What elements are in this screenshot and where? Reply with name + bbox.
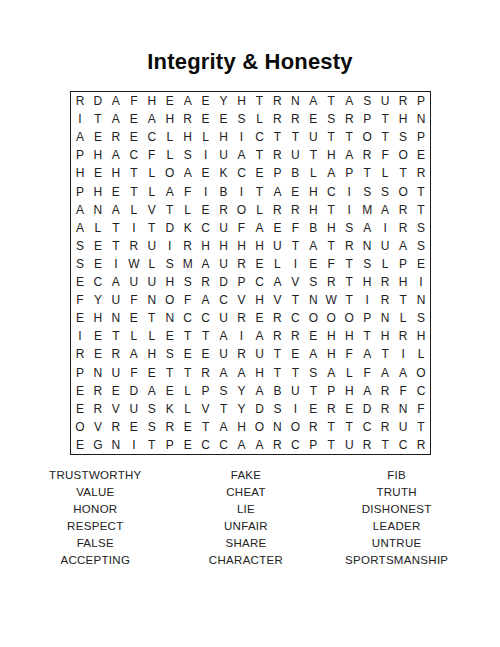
- grid-cell[interactable]: O: [251, 418, 269, 436]
- grid-cell[interactable]: H: [107, 164, 125, 182]
- grid-cell[interactable]: E: [179, 418, 197, 436]
- grid-cell[interactable]: W: [322, 291, 340, 309]
- grid-cell[interactable]: W: [125, 255, 143, 273]
- grid-cell[interactable]: T: [322, 436, 340, 454]
- grid-cell[interactable]: I: [286, 255, 304, 273]
- grid-cell[interactable]: S: [268, 400, 286, 418]
- grid-cell[interactable]: A: [376, 201, 394, 219]
- grid-cell[interactable]: T: [197, 327, 215, 345]
- grid-cell[interactable]: T: [394, 291, 412, 309]
- grid-cell[interactable]: I: [233, 128, 251, 146]
- grid-cell[interactable]: R: [197, 273, 215, 291]
- grid-cell[interactable]: U: [143, 237, 161, 255]
- grid-cell[interactable]: S: [304, 273, 322, 291]
- grid-cell[interactable]: I: [71, 110, 89, 128]
- grid-cell[interactable]: N: [358, 237, 376, 255]
- grid-cell[interactable]: P: [71, 146, 89, 164]
- grid-cell[interactable]: E: [71, 382, 89, 400]
- grid-cell[interactable]: F: [71, 291, 89, 309]
- grid-cell[interactable]: T: [394, 164, 412, 182]
- grid-cell[interactable]: P: [412, 92, 430, 110]
- grid-cell[interactable]: E: [340, 400, 358, 418]
- grid-cell[interactable]: N: [412, 291, 430, 309]
- grid-cell[interactable]: L: [376, 164, 394, 182]
- grid-cell[interactable]: D: [89, 92, 107, 110]
- grid-cell[interactable]: A: [251, 382, 269, 400]
- grid-cell[interactable]: D: [251, 400, 269, 418]
- grid-cell[interactable]: T: [286, 291, 304, 309]
- grid-cell[interactable]: L: [143, 164, 161, 182]
- grid-cell[interactable]: E: [89, 255, 107, 273]
- grid-cell[interactable]: C: [286, 436, 304, 454]
- grid-cell[interactable]: A: [322, 364, 340, 382]
- grid-cell[interactable]: H: [233, 237, 251, 255]
- grid-cell[interactable]: A: [233, 436, 251, 454]
- grid-cell[interactable]: R: [376, 400, 394, 418]
- grid-cell[interactable]: C: [358, 418, 376, 436]
- grid-cell[interactable]: R: [286, 110, 304, 128]
- grid-cell[interactable]: E: [304, 400, 322, 418]
- grid-cell[interactable]: F: [340, 345, 358, 363]
- grid-cell[interactable]: A: [251, 327, 269, 345]
- grid-cell[interactable]: E: [161, 382, 179, 400]
- grid-cell[interactable]: I: [340, 183, 358, 201]
- grid-cell[interactable]: N: [107, 436, 125, 454]
- grid-cell[interactable]: D: [125, 382, 143, 400]
- grid-cell[interactable]: T: [322, 92, 340, 110]
- grid-cell[interactable]: A: [304, 237, 322, 255]
- grid-cell[interactable]: T: [251, 183, 269, 201]
- grid-cell[interactable]: T: [251, 146, 269, 164]
- grid-cell[interactable]: O: [322, 309, 340, 327]
- grid-cell[interactable]: N: [286, 92, 304, 110]
- grid-cell[interactable]: I: [233, 183, 251, 201]
- grid-cell[interactable]: O: [233, 201, 251, 219]
- grid-cell[interactable]: L: [394, 309, 412, 327]
- grid-cell[interactable]: S: [143, 418, 161, 436]
- grid-cell[interactable]: N: [143, 291, 161, 309]
- grid-cell[interactable]: A: [358, 382, 376, 400]
- grid-cell[interactable]: O: [358, 128, 376, 146]
- grid-cell[interactable]: S: [340, 219, 358, 237]
- grid-cell[interactable]: H: [322, 146, 340, 164]
- grid-cell[interactable]: L: [179, 400, 197, 418]
- grid-cell[interactable]: H: [376, 327, 394, 345]
- grid-cell[interactable]: A: [107, 92, 125, 110]
- grid-cell[interactable]: S: [304, 364, 322, 382]
- grid-cell[interactable]: A: [251, 219, 269, 237]
- grid-cell[interactable]: P: [340, 164, 358, 182]
- grid-cell[interactable]: N: [394, 400, 412, 418]
- grid-cell[interactable]: R: [268, 327, 286, 345]
- grid-cell[interactable]: L: [197, 128, 215, 146]
- grid-cell[interactable]: T: [179, 327, 197, 345]
- grid-cell[interactable]: P: [197, 382, 215, 400]
- grid-cell[interactable]: E: [197, 164, 215, 182]
- grid-cell[interactable]: R: [268, 92, 286, 110]
- grid-cell[interactable]: P: [358, 110, 376, 128]
- grid-cell[interactable]: A: [71, 128, 89, 146]
- grid-cell[interactable]: C: [215, 291, 233, 309]
- grid-cell[interactable]: E: [107, 382, 125, 400]
- grid-cell[interactable]: A: [71, 219, 89, 237]
- grid-cell[interactable]: F: [179, 183, 197, 201]
- grid-cell[interactable]: P: [322, 382, 340, 400]
- word-search-grid[interactable]: RDAFHEAEYHTRNATASURPITAEAHREESLRRESRPTHN…: [70, 91, 431, 455]
- grid-cell[interactable]: R: [394, 92, 412, 110]
- grid-cell[interactable]: B: [215, 183, 233, 201]
- grid-cell[interactable]: R: [268, 146, 286, 164]
- grid-cell[interactable]: O: [412, 364, 430, 382]
- grid-cell[interactable]: O: [394, 183, 412, 201]
- grid-cell[interactable]: R: [125, 237, 143, 255]
- grid-cell[interactable]: E: [143, 364, 161, 382]
- grid-cell[interactable]: E: [71, 400, 89, 418]
- grid-cell[interactable]: T: [412, 201, 430, 219]
- grid-cell[interactable]: H: [394, 110, 412, 128]
- grid-cell[interactable]: R: [376, 273, 394, 291]
- grid-cell[interactable]: R: [376, 291, 394, 309]
- grid-cell[interactable]: V: [107, 400, 125, 418]
- grid-cell[interactable]: E: [161, 92, 179, 110]
- grid-cell[interactable]: S: [161, 345, 179, 363]
- grid-cell[interactable]: T: [340, 255, 358, 273]
- grid-cell[interactable]: A: [394, 364, 412, 382]
- grid-cell[interactable]: D: [161, 219, 179, 237]
- grid-cell[interactable]: T: [161, 364, 179, 382]
- grid-cell[interactable]: R: [107, 128, 125, 146]
- grid-cell[interactable]: T: [268, 364, 286, 382]
- grid-cell[interactable]: T: [376, 128, 394, 146]
- grid-cell[interactable]: S: [358, 92, 376, 110]
- grid-cell[interactable]: S: [161, 255, 179, 273]
- grid-cell[interactable]: A: [179, 92, 197, 110]
- grid-cell[interactable]: C: [197, 309, 215, 327]
- grid-cell[interactable]: P: [304, 436, 322, 454]
- grid-cell[interactable]: R: [394, 327, 412, 345]
- grid-cell[interactable]: T: [304, 146, 322, 164]
- grid-cell[interactable]: V: [233, 291, 251, 309]
- grid-cell[interactable]: N: [376, 309, 394, 327]
- grid-cell[interactable]: K: [161, 400, 179, 418]
- grid-cell[interactable]: A: [358, 345, 376, 363]
- grid-cell[interactable]: H: [322, 345, 340, 363]
- grid-cell[interactable]: R: [233, 345, 251, 363]
- grid-cell[interactable]: S: [412, 237, 430, 255]
- grid-cell[interactable]: R: [394, 219, 412, 237]
- grid-cell[interactable]: V: [89, 418, 107, 436]
- grid-cell[interactable]: H: [89, 183, 107, 201]
- grid-cell[interactable]: L: [251, 110, 269, 128]
- grid-cell[interactable]: U: [125, 273, 143, 291]
- grid-cell[interactable]: P: [268, 164, 286, 182]
- grid-cell[interactable]: O: [71, 418, 89, 436]
- grid-cell[interactable]: C: [251, 273, 269, 291]
- grid-cell[interactable]: E: [268, 219, 286, 237]
- grid-cell[interactable]: T: [125, 164, 143, 182]
- grid-cell[interactable]: E: [107, 183, 125, 201]
- grid-cell[interactable]: H: [412, 327, 430, 345]
- grid-cell[interactable]: T: [412, 183, 430, 201]
- grid-cell[interactable]: P: [233, 273, 251, 291]
- grid-cell[interactable]: I: [125, 219, 143, 237]
- grid-cell[interactable]: E: [251, 164, 269, 182]
- grid-cell[interactable]: R: [233, 309, 251, 327]
- grid-cell[interactable]: H: [197, 237, 215, 255]
- grid-cell[interactable]: A: [107, 201, 125, 219]
- grid-cell[interactable]: I: [376, 219, 394, 237]
- grid-cell[interactable]: C: [233, 164, 251, 182]
- grid-cell[interactable]: A: [394, 237, 412, 255]
- grid-cell[interactable]: E: [251, 255, 269, 273]
- grid-cell[interactable]: C: [197, 219, 215, 237]
- grid-cell[interactable]: S: [71, 237, 89, 255]
- grid-cell[interactable]: C: [125, 146, 143, 164]
- grid-cell[interactable]: D: [358, 400, 376, 418]
- grid-cell[interactable]: T: [340, 273, 358, 291]
- grid-cell[interactable]: G: [89, 436, 107, 454]
- grid-cell[interactable]: U: [143, 273, 161, 291]
- grid-cell[interactable]: A: [71, 201, 89, 219]
- grid-cell[interactable]: Y: [215, 92, 233, 110]
- grid-cell[interactable]: L: [179, 382, 197, 400]
- grid-cell[interactable]: N: [107, 309, 125, 327]
- grid-cell[interactable]: I: [412, 273, 430, 291]
- grid-cell[interactable]: E: [179, 436, 197, 454]
- grid-cell[interactable]: A: [340, 92, 358, 110]
- grid-cell[interactable]: E: [89, 327, 107, 345]
- grid-cell[interactable]: U: [215, 146, 233, 164]
- grid-cell[interactable]: F: [143, 146, 161, 164]
- grid-cell[interactable]: O: [161, 291, 179, 309]
- grid-cell[interactable]: P: [358, 309, 376, 327]
- grid-cell[interactable]: B: [268, 382, 286, 400]
- grid-cell[interactable]: R: [412, 164, 430, 182]
- grid-cell[interactable]: U: [376, 92, 394, 110]
- grid-cell[interactable]: E: [197, 345, 215, 363]
- grid-cell[interactable]: L: [412, 345, 430, 363]
- grid-cell[interactable]: E: [179, 345, 197, 363]
- grid-cell[interactable]: R: [89, 382, 107, 400]
- grid-cell[interactable]: H: [251, 237, 269, 255]
- grid-cell[interactable]: Y: [233, 382, 251, 400]
- grid-cell[interactable]: L: [340, 364, 358, 382]
- grid-cell[interactable]: A: [179, 164, 197, 182]
- grid-cell[interactable]: R: [322, 273, 340, 291]
- grid-cell[interactable]: N: [304, 291, 322, 309]
- grid-cell[interactable]: R: [268, 201, 286, 219]
- grid-cell[interactable]: T: [143, 309, 161, 327]
- grid-cell[interactable]: R: [286, 201, 304, 219]
- grid-cell[interactable]: U: [394, 418, 412, 436]
- grid-cell[interactable]: E: [412, 255, 430, 273]
- grid-cell[interactable]: P: [71, 364, 89, 382]
- grid-cell[interactable]: V: [197, 400, 215, 418]
- grid-cell[interactable]: R: [89, 400, 107, 418]
- grid-cell[interactable]: R: [394, 201, 412, 219]
- grid-cell[interactable]: A: [107, 110, 125, 128]
- grid-cell[interactable]: H: [215, 237, 233, 255]
- grid-cell[interactable]: E: [286, 183, 304, 201]
- grid-cell[interactable]: A: [125, 345, 143, 363]
- grid-cell[interactable]: E: [304, 255, 322, 273]
- grid-cell[interactable]: E: [304, 110, 322, 128]
- grid-cell[interactable]: U: [286, 146, 304, 164]
- grid-cell[interactable]: H: [161, 273, 179, 291]
- grid-cell[interactable]: I: [233, 327, 251, 345]
- grid-cell[interactable]: N: [161, 309, 179, 327]
- grid-cell[interactable]: T: [376, 345, 394, 363]
- grid-cell[interactable]: T: [286, 364, 304, 382]
- grid-cell[interactable]: E: [89, 164, 107, 182]
- grid-cell[interactable]: T: [251, 92, 269, 110]
- grid-cell[interactable]: S: [412, 219, 430, 237]
- grid-cell[interactable]: M: [358, 201, 376, 219]
- grid-cell[interactable]: H: [304, 183, 322, 201]
- grid-cell[interactable]: O: [304, 309, 322, 327]
- grid-cell[interactable]: O: [286, 418, 304, 436]
- grid-cell[interactable]: E: [304, 327, 322, 345]
- grid-cell[interactable]: S: [358, 255, 376, 273]
- grid-cell[interactable]: R: [376, 418, 394, 436]
- grid-cell[interactable]: E: [125, 309, 143, 327]
- grid-cell[interactable]: D: [215, 273, 233, 291]
- grid-cell[interactable]: S: [412, 309, 430, 327]
- grid-cell[interactable]: S: [233, 110, 251, 128]
- grid-cell[interactable]: H: [89, 309, 107, 327]
- grid-cell[interactable]: P: [412, 128, 430, 146]
- grid-cell[interactable]: U: [215, 219, 233, 237]
- grid-cell[interactable]: E: [71, 436, 89, 454]
- grid-cell[interactable]: T: [143, 219, 161, 237]
- grid-cell[interactable]: S: [358, 183, 376, 201]
- grid-cell[interactable]: U: [107, 364, 125, 382]
- grid-cell[interactable]: R: [340, 237, 358, 255]
- grid-cell[interactable]: R: [197, 364, 215, 382]
- grid-cell[interactable]: A: [268, 273, 286, 291]
- grid-cell[interactable]: A: [215, 327, 233, 345]
- grid-cell[interactable]: S: [71, 255, 89, 273]
- grid-cell[interactable]: B: [304, 219, 322, 237]
- grid-cell[interactable]: C: [89, 273, 107, 291]
- grid-cell[interactable]: E: [197, 110, 215, 128]
- grid-cell[interactable]: L: [143, 255, 161, 273]
- grid-cell[interactable]: H: [233, 92, 251, 110]
- grid-cell[interactable]: H: [358, 273, 376, 291]
- grid-cell[interactable]: U: [286, 382, 304, 400]
- grid-cell[interactable]: T: [179, 364, 197, 382]
- grid-cell[interactable]: S: [215, 382, 233, 400]
- grid-cell[interactable]: R: [215, 201, 233, 219]
- grid-cell[interactable]: T: [286, 128, 304, 146]
- grid-cell[interactable]: I: [197, 183, 215, 201]
- grid-cell[interactable]: E: [197, 92, 215, 110]
- grid-cell[interactable]: N: [89, 201, 107, 219]
- grid-cell[interactable]: V: [143, 201, 161, 219]
- grid-cell[interactable]: S: [322, 110, 340, 128]
- grid-cell[interactable]: E: [125, 110, 143, 128]
- grid-cell[interactable]: R: [268, 436, 286, 454]
- grid-cell[interactable]: K: [215, 164, 233, 182]
- grid-cell[interactable]: U: [125, 400, 143, 418]
- grid-cell[interactable]: K: [179, 219, 197, 237]
- grid-cell[interactable]: A: [268, 183, 286, 201]
- grid-cell[interactable]: U: [304, 128, 322, 146]
- grid-cell[interactable]: T: [322, 237, 340, 255]
- grid-cell[interactable]: Y: [89, 291, 107, 309]
- grid-cell[interactable]: T: [268, 128, 286, 146]
- grid-cell[interactable]: C: [394, 436, 412, 454]
- grid-cell[interactable]: L: [251, 201, 269, 219]
- grid-cell[interactable]: T: [322, 418, 340, 436]
- grid-cell[interactable]: T: [322, 128, 340, 146]
- grid-cell[interactable]: H: [322, 327, 340, 345]
- grid-cell[interactable]: L: [143, 327, 161, 345]
- grid-cell[interactable]: L: [89, 219, 107, 237]
- grid-cell[interactable]: U: [376, 237, 394, 255]
- grid-cell[interactable]: H: [143, 345, 161, 363]
- grid-cell[interactable]: E: [89, 237, 107, 255]
- grid-cell[interactable]: F: [412, 400, 430, 418]
- grid-cell[interactable]: L: [304, 164, 322, 182]
- grid-cell[interactable]: E: [286, 345, 304, 363]
- grid-cell[interactable]: C: [215, 436, 233, 454]
- grid-cell[interactable]: S: [394, 128, 412, 146]
- grid-cell[interactable]: U: [215, 345, 233, 363]
- grid-cell[interactable]: H: [161, 110, 179, 128]
- grid-cell[interactable]: E: [89, 345, 107, 363]
- grid-cell[interactable]: I: [107, 255, 125, 273]
- grid-cell[interactable]: H: [394, 273, 412, 291]
- grid-cell[interactable]: R: [268, 309, 286, 327]
- grid-cell[interactable]: I: [125, 436, 143, 454]
- grid-cell[interactable]: C: [412, 382, 430, 400]
- grid-cell[interactable]: R: [322, 400, 340, 418]
- grid-cell[interactable]: H: [179, 128, 197, 146]
- grid-cell[interactable]: H: [322, 219, 340, 237]
- grid-cell[interactable]: O: [161, 164, 179, 182]
- grid-cell[interactable]: A: [107, 273, 125, 291]
- grid-cell[interactable]: R: [376, 382, 394, 400]
- grid-cell[interactable]: T: [143, 436, 161, 454]
- grid-cell[interactable]: A: [322, 164, 340, 182]
- grid-cell[interactable]: T: [161, 201, 179, 219]
- grid-cell[interactable]: F: [125, 364, 143, 382]
- grid-cell[interactable]: H: [89, 146, 107, 164]
- grid-cell[interactable]: B: [286, 164, 304, 182]
- grid-cell[interactable]: C: [322, 183, 340, 201]
- grid-cell[interactable]: C: [179, 309, 197, 327]
- grid-cell[interactable]: R: [412, 436, 430, 454]
- grid-cell[interactable]: R: [268, 110, 286, 128]
- grid-cell[interactable]: U: [107, 291, 125, 309]
- grid-cell[interactable]: A: [215, 364, 233, 382]
- grid-cell[interactable]: E: [71, 309, 89, 327]
- grid-cell[interactable]: F: [358, 364, 376, 382]
- grid-cell[interactable]: I: [358, 291, 376, 309]
- grid-cell[interactable]: T: [89, 110, 107, 128]
- grid-cell[interactable]: U: [215, 255, 233, 273]
- grid-cell[interactable]: T: [197, 418, 215, 436]
- grid-cell[interactable]: A: [340, 146, 358, 164]
- grid-cell[interactable]: V: [286, 273, 304, 291]
- grid-cell[interactable]: O: [340, 309, 358, 327]
- grid-cell[interactable]: U: [251, 345, 269, 363]
- grid-cell[interactable]: T: [412, 418, 430, 436]
- grid-cell[interactable]: T: [107, 237, 125, 255]
- grid-cell[interactable]: H: [340, 327, 358, 345]
- grid-cell[interactable]: E: [125, 128, 143, 146]
